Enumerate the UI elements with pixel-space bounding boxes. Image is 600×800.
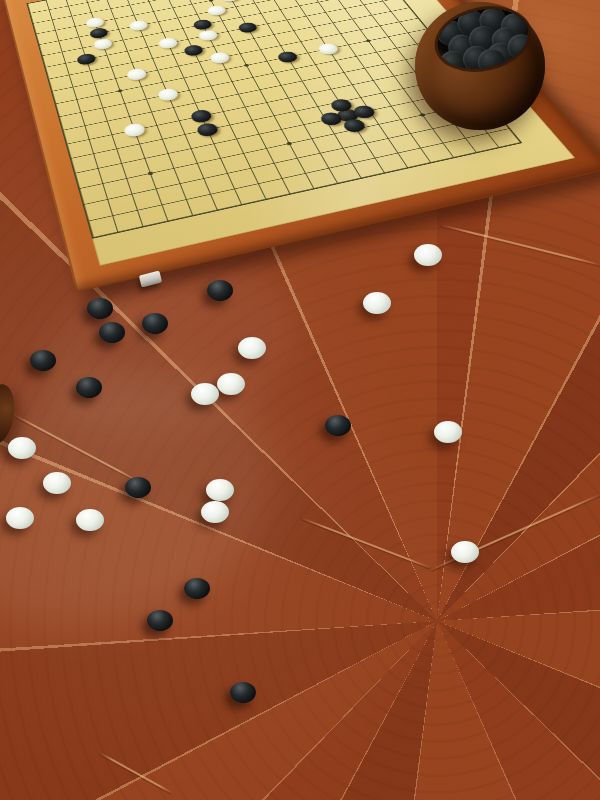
black-stone [88,27,109,40]
black-stone [75,52,96,66]
floor-black-stone [325,415,351,436]
white-stone [125,67,148,81]
floor-black-stone [30,350,56,371]
floor-white-stone [217,373,245,395]
black-stone [275,50,299,64]
black-stone [188,108,213,124]
white-stone [128,19,149,32]
floor-black-stone [76,377,102,398]
plank-seam [301,517,431,568]
floor-white-stone [8,437,36,459]
floor-black-stone [230,682,256,703]
star-point [286,142,292,146]
bowl-opening [432,1,534,77]
star-point [148,171,154,175]
star-point [209,0,214,2]
star-point [419,113,426,117]
floor-black-stone [184,578,210,599]
floor-white-stone [43,472,71,494]
floor-white-stone [206,479,234,501]
floor-black-stone [99,322,125,343]
floor-black-stone [125,477,151,498]
floor-black-stone [147,610,173,631]
white-stone [122,122,146,138]
floor-white-stone [363,292,391,314]
white-stone [156,87,180,102]
star-point [244,64,250,67]
floor-white-stone [191,383,219,405]
floor-white-stone [76,509,104,531]
floor-white-stone [451,541,479,563]
white-stone [84,16,105,28]
star-point [118,89,123,92]
white-stone [205,4,227,16]
white-stone [316,42,340,56]
black-stone [236,21,259,34]
white-stone [92,37,113,50]
floor-white-stone [201,501,229,523]
floor-white-stone [434,421,462,443]
black-stone-bowl [415,2,545,130]
white-stone [196,29,218,42]
floor-black-stone [207,280,233,301]
floor-black-stone [142,313,168,334]
wood-floor [0,0,600,800]
white-stone [219,0,240,3]
white-stone [208,51,231,65]
floor-black-stone [87,298,113,319]
floor-white-stone [414,244,442,266]
floor-light-sheen [24,239,317,461]
black-stone [194,122,219,138]
black-stone [182,44,205,57]
white-stone [157,37,179,50]
plank-seam [440,224,600,266]
star-point [366,39,372,42]
black-stone [191,18,213,31]
plank-seam [100,752,173,794]
floor-white-stone [238,337,266,359]
floor-white-stone [6,507,34,529]
